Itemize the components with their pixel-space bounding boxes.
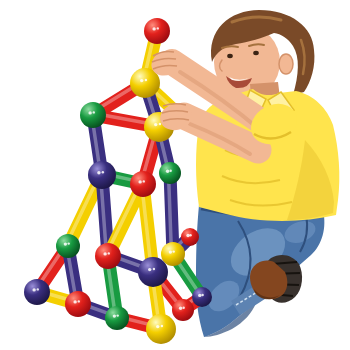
- toy-ball-speck: [145, 79, 147, 81]
- eye-left: [227, 54, 233, 58]
- toy-ball-speck: [148, 268, 151, 271]
- toy-ball-purple: [88, 161, 116, 189]
- toy-ball-speck: [169, 250, 172, 253]
- toy-ball-red: [65, 291, 91, 317]
- toy-ball-speck: [117, 314, 119, 316]
- toy-ball-speck: [198, 294, 201, 297]
- toy-ball-speck: [189, 234, 191, 236]
- toy-ball-speck: [32, 288, 35, 291]
- toy-ball-green: [80, 102, 106, 128]
- toy-ball-speck: [201, 294, 203, 296]
- toy-rod-yellow: [70, 181, 99, 241]
- toy-ball-red: [181, 228, 199, 246]
- toy-ball-speck: [169, 170, 171, 172]
- toy-ball-speck: [156, 325, 159, 328]
- toy-rod-yellow: [111, 189, 141, 250]
- toy-ball-speck: [64, 242, 67, 245]
- toy-ball-speck: [140, 79, 143, 82]
- toy-ball-speck: [153, 268, 155, 270]
- toy-ball-purple: [138, 257, 168, 287]
- toy-ball-speck: [182, 307, 184, 309]
- toy-ball-speck: [179, 307, 182, 310]
- ear: [279, 54, 293, 74]
- toy-ball-red: [172, 299, 194, 321]
- toy-ball-yellow: [161, 242, 185, 266]
- toy-ball-red: [130, 171, 156, 197]
- toy-ball-speck: [157, 27, 159, 29]
- toy-ball-speck: [143, 180, 145, 182]
- toy-ball-speck: [68, 242, 70, 244]
- toy-ball-speck: [186, 234, 189, 237]
- toy-ball-purple: [192, 287, 212, 307]
- toy-ball-speck: [161, 325, 163, 327]
- toy-ball-yellow: [146, 314, 176, 344]
- toy-ball-speck: [37, 288, 39, 290]
- toy-ball-speck: [73, 300, 76, 303]
- toy-ball-red: [144, 18, 170, 44]
- boy-figure: [196, 10, 340, 337]
- toy-ball-speck: [88, 111, 91, 114]
- toy-ball-speck: [78, 300, 80, 302]
- toy-ball-speck: [103, 252, 106, 255]
- toy-ball-speck: [166, 170, 169, 173]
- toy-ball-speck: [93, 111, 95, 113]
- eye-right: [253, 51, 259, 55]
- toy-ball-speck: [113, 314, 116, 317]
- photo-canvas: [0, 0, 350, 350]
- toy-ball-speck: [138, 180, 141, 183]
- toy-ball-speck: [154, 123, 157, 126]
- toy-ball-speck: [97, 171, 100, 174]
- toy-ball-red: [95, 243, 121, 269]
- toy-rod-highlight: [169, 179, 171, 244]
- toy-ball-speck: [108, 252, 110, 254]
- toy-ball-speck: [173, 250, 175, 252]
- product-photo: [0, 0, 350, 350]
- toy-ball-green: [56, 234, 80, 258]
- toy-ball-speck: [152, 27, 155, 30]
- toy-ball-purple: [24, 279, 50, 305]
- toy-ball-green: [105, 306, 129, 330]
- toy-ball-green: [159, 162, 181, 184]
- toy-ball-speck: [159, 123, 161, 125]
- toy-ball-speck: [102, 171, 104, 173]
